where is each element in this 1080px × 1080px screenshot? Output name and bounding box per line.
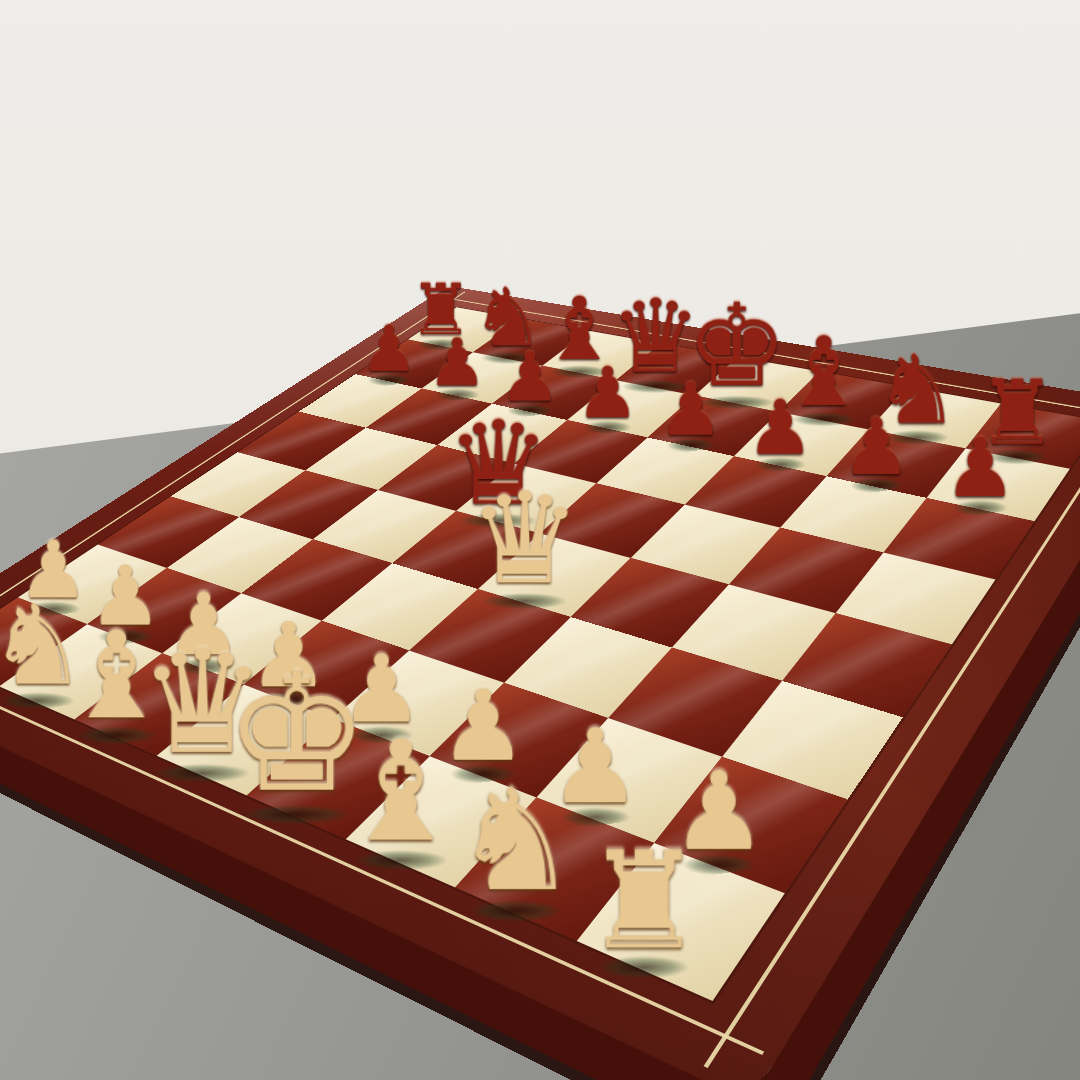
piece-red-pawn-a7: ♟ [361, 318, 418, 381]
red-pawn-glyph: ♟ [747, 391, 814, 466]
piece-red-pawn-h7: ♟ [944, 428, 1017, 509]
white-bishop-glyph: ♝ [339, 722, 463, 861]
piece-red-pawn-b7: ♟ [428, 330, 487, 395]
red-pawn-glyph: ♟ [576, 358, 639, 428]
piece-red-pawn-g7: ♟ [842, 409, 912, 487]
piece-red-pawn-f7: ♟ [747, 391, 814, 466]
red-pawn-glyph: ♟ [428, 330, 487, 395]
product-photo-scene: ♜♞♝♛♚♝♞♜♟♟♟♟♟♟♟♟♛♛♟♟♟♟♟♟♟♟♜♞♝♛♚♝♞♜ [0, 0, 1080, 1080]
red-pawn-glyph: ♟ [944, 428, 1017, 509]
white-queen-glyph: ♛ [468, 476, 581, 602]
white-rook-glyph: ♜ [584, 835, 704, 969]
red-pawn-glyph: ♟ [659, 374, 724, 446]
piece-red-pawn-d7: ♟ [576, 358, 639, 428]
piece-white-queen-e4: ♛ [468, 476, 581, 602]
piece-white-knight-g1: ♞ [453, 771, 579, 912]
piece-red-pawn-e7: ♟ [659, 374, 724, 446]
white-knight-glyph: ♞ [453, 771, 579, 912]
red-pawn-glyph: ♟ [842, 409, 912, 487]
piece-white-rook-h1: ♜ [584, 835, 704, 969]
red-pawn-glyph: ♟ [361, 318, 418, 381]
piece-white-bishop-f1: ♝ [339, 722, 463, 861]
